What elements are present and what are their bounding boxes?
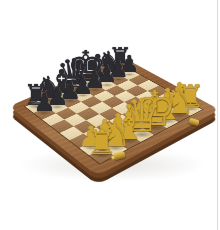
product-photo-scene: ♜♞♟♝♟♚♟♛♟♝♟♞♟♟♜♟♟♜♟♟♞♟♝♟♚♟♛♟♝♟♞♜ — [0, 0, 220, 230]
photo-edge-line — [217, 0, 218, 230]
